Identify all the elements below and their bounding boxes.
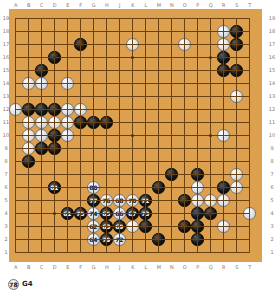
- coord-label-col-J: J: [114, 2, 126, 8]
- coord-label-col-S: S: [231, 2, 243, 8]
- coord-label-col-F: F: [75, 2, 87, 8]
- coord-label-row-12: 12: [267, 106, 277, 112]
- grid-line-horizontal: [15, 161, 250, 162]
- coord-label-row-15: 15: [267, 67, 277, 73]
- grid-line-horizontal: [15, 148, 250, 149]
- coord-label-col-T: T: [244, 264, 256, 270]
- coord-label-row-6: 6: [267, 184, 277, 190]
- coord-label-row-11: 11: [1, 119, 11, 125]
- coord-label-col-R: R: [218, 2, 230, 8]
- grid-line-horizontal: [15, 226, 250, 227]
- go-diagram: AABBCCDDEEFFGGHHJJKKLLMMNNOOPPQQRRSSTT19…: [0, 0, 279, 300]
- coord-label-row-17: 17: [1, 41, 11, 47]
- coord-label-row-16: 16: [1, 54, 11, 60]
- coord-label-row-1: 1: [267, 249, 277, 255]
- coord-label-row-2: 2: [267, 236, 277, 242]
- coord-label-row-9: 9: [1, 145, 11, 151]
- coord-label-col-L: L: [140, 2, 152, 8]
- coord-label-row-15: 15: [1, 67, 11, 73]
- coord-label-col-C: C: [36, 2, 48, 8]
- grid-line-vertical: [223, 18, 224, 253]
- move-caption: 78 G4: [8, 277, 33, 291]
- coord-label-row-18: 18: [267, 28, 277, 34]
- coord-label-row-2: 2: [1, 236, 11, 242]
- coord-label-row-4: 4: [1, 210, 11, 216]
- coord-label-row-17: 17: [267, 41, 277, 47]
- grid-line-vertical: [249, 18, 250, 253]
- coord-label-row-13: 13: [267, 93, 277, 99]
- coord-label-row-7: 7: [1, 171, 11, 177]
- coord-label-row-19: 19: [1, 15, 11, 21]
- coord-label-col-H: H: [101, 264, 113, 270]
- coord-label-row-7: 7: [267, 171, 277, 177]
- coord-label-col-E: E: [62, 2, 74, 8]
- coord-label-col-P: P: [192, 2, 204, 8]
- coord-label-row-14: 14: [1, 80, 11, 86]
- grid-line-vertical: [158, 18, 159, 253]
- coord-label-row-18: 18: [1, 28, 11, 34]
- coord-label-col-S: S: [231, 264, 243, 270]
- coord-label-row-11: 11: [267, 119, 277, 125]
- coord-label-col-G: G: [88, 264, 100, 270]
- coord-label-col-O: O: [179, 2, 191, 8]
- coord-label-row-1: 1: [1, 249, 11, 255]
- grid-line-vertical: [171, 18, 172, 253]
- coord-label-col-N: N: [166, 2, 178, 8]
- grid-line-horizontal: [15, 174, 250, 175]
- coord-label-col-A: A: [10, 2, 22, 8]
- coord-label-col-J: J: [114, 264, 126, 270]
- coord-label-col-F: F: [75, 264, 87, 270]
- coord-label-row-16: 16: [267, 54, 277, 60]
- coord-label-col-M: M: [153, 264, 165, 270]
- coord-label-col-G: G: [88, 2, 100, 8]
- coord-label-col-T: T: [244, 2, 256, 8]
- coord-label-row-6: 6: [1, 184, 11, 190]
- coord-label-col-D: D: [49, 264, 61, 270]
- coord-label-row-3: 3: [1, 223, 11, 229]
- coord-label-col-M: M: [153, 2, 165, 8]
- coord-label-col-K: K: [127, 264, 139, 270]
- coord-label-row-5: 5: [267, 197, 277, 203]
- coord-label-col-E: E: [62, 264, 74, 270]
- coord-label-row-13: 13: [1, 93, 11, 99]
- caption-stone-white-78: 78: [8, 279, 19, 290]
- coord-label-row-10: 10: [267, 132, 277, 138]
- grid-line-vertical: [184, 18, 185, 253]
- grid-line-vertical: [236, 18, 237, 253]
- coord-label-col-O: O: [179, 264, 191, 270]
- coord-label-col-D: D: [49, 2, 61, 8]
- coord-label-col-N: N: [166, 264, 178, 270]
- coord-label-col-A: A: [10, 264, 22, 270]
- coord-label-row-4: 4: [267, 210, 277, 216]
- coord-label-row-14: 14: [267, 80, 277, 86]
- coord-label-col-Q: Q: [205, 2, 217, 8]
- coord-label-row-5: 5: [1, 197, 11, 203]
- grid-line-vertical: [197, 18, 198, 253]
- coord-label-row-9: 9: [267, 145, 277, 151]
- coord-label-col-L: L: [140, 264, 152, 270]
- coord-label-row-8: 8: [1, 158, 11, 164]
- coord-label-row-8: 8: [267, 158, 277, 164]
- coord-label-col-B: B: [23, 2, 35, 8]
- grid-line-vertical: [145, 18, 146, 253]
- coord-label-col-B: B: [23, 264, 35, 270]
- grid-line-horizontal: [15, 200, 250, 201]
- coord-label-col-C: C: [36, 264, 48, 270]
- coord-label-col-Q: Q: [205, 264, 217, 270]
- grid-line-horizontal: [15, 239, 250, 240]
- coord-label-col-P: P: [192, 264, 204, 270]
- grid-line-horizontal: [15, 187, 250, 188]
- coord-label-col-K: K: [127, 2, 139, 8]
- coord-label-row-3: 3: [267, 223, 277, 229]
- coord-label-row-19: 19: [267, 15, 277, 21]
- coord-label-col-R: R: [218, 264, 230, 270]
- grid-line-horizontal: [15, 252, 250, 253]
- coord-label-col-H: H: [101, 2, 113, 8]
- coord-label-row-10: 10: [1, 132, 11, 138]
- caption-coordinate: G4: [22, 280, 33, 288]
